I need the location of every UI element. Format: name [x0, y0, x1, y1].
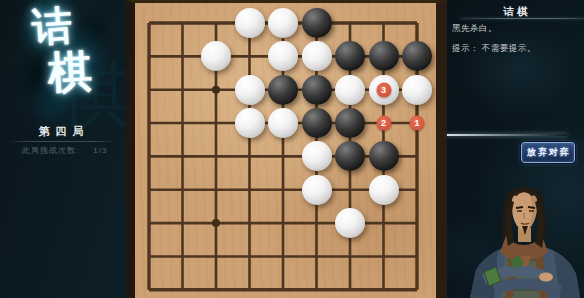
round-label: 第四局 [0, 124, 122, 139]
attempts-counter: 此局挑战次数:1/3 [22, 145, 107, 156]
panel-title: 诘棋 [447, 5, 584, 19]
left-panel-divider [8, 141, 116, 142]
resign-button[interactable]: 放弃对弈 [521, 142, 575, 163]
character-portrait [464, 168, 584, 298]
go-board[interactable] [126, 0, 447, 298]
calligraphy-char-qi: 棋 [47, 49, 93, 95]
puzzle-calligraphy-title: 棋 诘 棋 [6, 0, 124, 132]
panel-title-divider [460, 18, 584, 19]
attempts-label: 此局挑战次数: [22, 146, 79, 155]
app-root: 棋 诘 棋 第四局 此局挑战次数:1/3 123 诘棋 黑先杀白。 提示： 不需… [0, 0, 584, 298]
panel-mid-divider [447, 134, 567, 136]
puzzle-hint-text: 提示： 不需要提示。 [452, 43, 536, 55]
attempts-value: 1/3 [93, 146, 107, 155]
calligraphy-char-jie: 诘 [31, 5, 74, 48]
puzzle-objective-text: 黑先杀白。 [452, 23, 497, 35]
